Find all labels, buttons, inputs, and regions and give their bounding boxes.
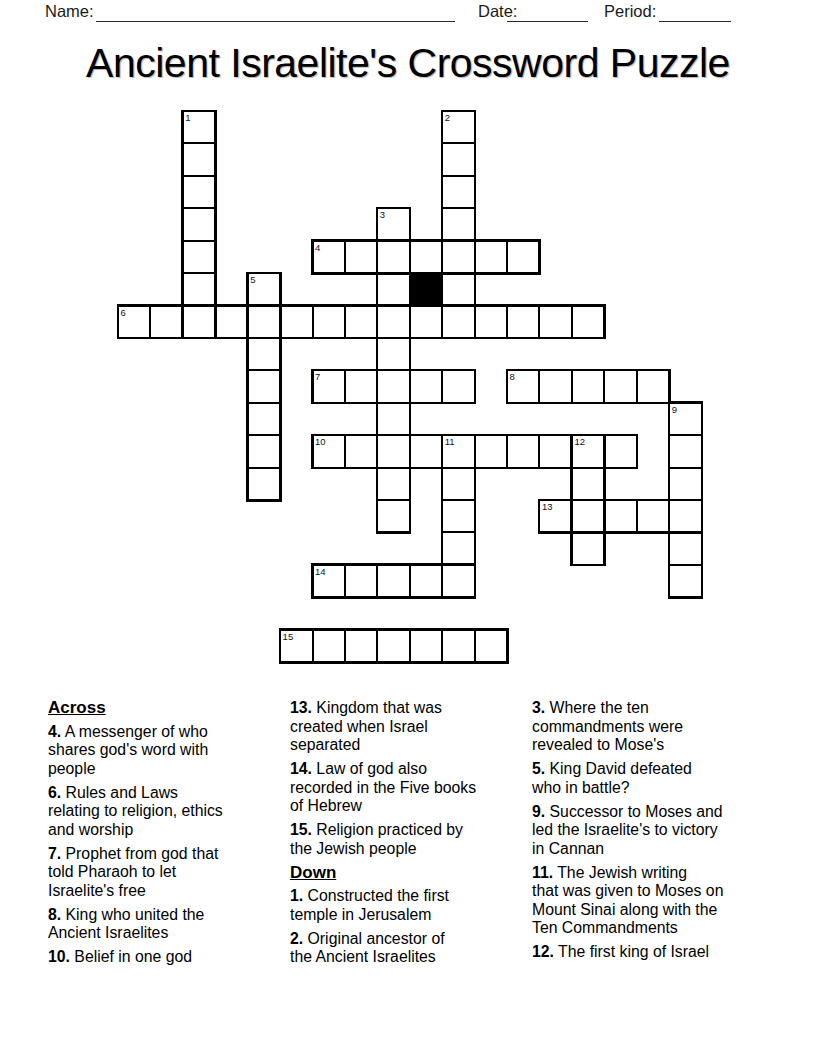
clue-item-8-across: 8. King who united the Ancient Israelite… xyxy=(48,906,285,943)
clue-item-1-down: 1. Constructed the first temple in Jerus… xyxy=(290,887,527,924)
grid-cell xyxy=(377,630,409,662)
cell-number-3: 3 xyxy=(380,210,385,220)
grid-cell xyxy=(442,306,474,338)
clue-item-12-down: 12. The first king of Israel xyxy=(532,943,769,962)
grid-cell xyxy=(377,435,409,467)
grid-cell xyxy=(572,468,604,500)
clues-column-2: 13. Kingdom that was created when Israel… xyxy=(290,699,527,972)
clue-number: 15. xyxy=(290,821,312,838)
grid-cell xyxy=(669,565,701,597)
grid-cell xyxy=(572,500,604,532)
clue-item-2-down: 2. Original ancestor of the Ancient Isra… xyxy=(290,930,527,967)
clues-heading-across: Across xyxy=(48,699,285,718)
clues-column-1: Across4. A messenger of who shares god's… xyxy=(48,699,285,972)
grid-cell xyxy=(539,435,571,467)
grid-cell xyxy=(442,468,474,500)
grid-cell xyxy=(345,435,377,467)
clues-heading-down: Down xyxy=(290,864,527,883)
grid-cell xyxy=(248,306,280,338)
grid-cell xyxy=(507,306,539,338)
grid-cell xyxy=(410,370,442,402)
clues-column-3: 3. Where the ten commandments were revea… xyxy=(532,699,769,967)
clue-number: 13. xyxy=(290,699,312,716)
cell-number-7: 7 xyxy=(315,372,320,382)
grid-cell xyxy=(248,468,280,500)
clue-number: 3. xyxy=(532,699,545,716)
grid-cell xyxy=(248,435,280,467)
cell-number-2: 2 xyxy=(445,113,450,123)
grid-cell xyxy=(248,370,280,402)
clue-number: 10. xyxy=(48,948,70,965)
grid-cell xyxy=(248,338,280,370)
grid-cell xyxy=(475,241,507,273)
grid-cell xyxy=(572,306,604,338)
grid-cell xyxy=(377,468,409,500)
grid-cell xyxy=(442,370,474,402)
grid-cell xyxy=(572,370,604,402)
clue-number: 5. xyxy=(532,760,545,777)
grid-cell xyxy=(442,532,474,564)
cell-number-8: 8 xyxy=(510,372,515,382)
grid-cell xyxy=(637,500,669,532)
grid-cell xyxy=(377,306,409,338)
grid-cell xyxy=(345,565,377,597)
grid-cell xyxy=(183,306,215,338)
black-cell xyxy=(410,273,442,305)
cell-number-12: 12 xyxy=(574,437,585,447)
cell-number-10: 10 xyxy=(315,437,326,447)
grid-cell xyxy=(183,241,215,273)
grid-cell xyxy=(183,208,215,240)
grid-cell xyxy=(475,630,507,662)
grid-cell xyxy=(410,241,442,273)
clue-number: 12. xyxy=(532,943,554,960)
grid-cell xyxy=(442,630,474,662)
grid-cell xyxy=(313,306,345,338)
clue-item-5-down: 5. King David defeated who in battle? xyxy=(532,760,769,797)
clue-number: 2. xyxy=(290,930,303,947)
grid-cell xyxy=(475,435,507,467)
grid-cell xyxy=(442,500,474,532)
grid-cell xyxy=(377,370,409,402)
grid-cell xyxy=(669,532,701,564)
grid-cell xyxy=(539,370,571,402)
grid-cell xyxy=(572,532,604,564)
grid-cell xyxy=(313,630,345,662)
grid-cell xyxy=(442,143,474,175)
grid-cell xyxy=(377,565,409,597)
grid-cell xyxy=(377,500,409,532)
grid-cell xyxy=(183,273,215,305)
grid-cell xyxy=(183,176,215,208)
page-title: Ancient Israelite's Crossword Puzzle xyxy=(0,40,816,87)
clue-item-3-down: 3. Where the ten commandments were revea… xyxy=(532,699,769,755)
clue-item-11-down: 11. The Jewish writing that was given to… xyxy=(532,864,769,938)
grid-cell xyxy=(669,468,701,500)
grid-cell xyxy=(377,273,409,305)
cell-number-4: 4 xyxy=(315,243,320,253)
grid-cell xyxy=(280,306,312,338)
clue-item-6-across: 6. Rules and Laws relating to religion, … xyxy=(48,784,285,840)
grid-cell xyxy=(345,370,377,402)
clue-number: 6. xyxy=(48,784,61,801)
clue-number: 1. xyxy=(290,887,303,904)
period-blank-line xyxy=(659,4,731,22)
clue-number: 8. xyxy=(48,906,61,923)
grid-cell xyxy=(475,306,507,338)
grid-cell xyxy=(410,565,442,597)
clue-item-15-across: 15. Religion practiced by the Jewish peo… xyxy=(290,821,527,858)
grid-cell xyxy=(410,630,442,662)
grid-cell xyxy=(442,176,474,208)
name-blank-line xyxy=(96,4,455,22)
cell-number-14: 14 xyxy=(315,567,326,577)
grid-cell xyxy=(669,435,701,467)
date-blank-line xyxy=(507,4,588,22)
clue-number: 11. xyxy=(532,864,553,881)
grid-cell xyxy=(150,306,182,338)
grid-cell xyxy=(410,435,442,467)
grid-cell xyxy=(507,435,539,467)
crossword-grid: 123456789101112131415 xyxy=(118,111,702,663)
name-label: Name: xyxy=(45,2,94,21)
cell-number-5: 5 xyxy=(250,275,255,285)
grid-cell xyxy=(183,143,215,175)
grid-cell xyxy=(507,241,539,273)
cell-number-13: 13 xyxy=(542,502,553,512)
grid-cell xyxy=(442,273,474,305)
period-label: Period: xyxy=(604,2,656,21)
cell-number-15: 15 xyxy=(283,632,294,642)
clue-item-13-across: 13. Kingdom that was created when Israel… xyxy=(290,699,527,755)
grid-cell xyxy=(345,306,377,338)
clue-number: 4. xyxy=(48,723,61,740)
grid-cell xyxy=(669,500,701,532)
cell-number-6: 6 xyxy=(121,308,126,318)
clue-number: 9. xyxy=(532,803,545,820)
grid-cell xyxy=(410,306,442,338)
grid-cell xyxy=(377,241,409,273)
grid-cell xyxy=(539,306,571,338)
grid-cell xyxy=(248,403,280,435)
clue-number: 7. xyxy=(48,845,61,862)
grid-cell xyxy=(604,435,636,467)
grid-cell xyxy=(604,370,636,402)
grid-cell xyxy=(377,338,409,370)
grid-cell xyxy=(377,403,409,435)
grid-cell xyxy=(637,370,669,402)
clue-item-10-across: 10. Belief in one god xyxy=(48,948,285,967)
clue-item-9-down: 9. Successor to Moses and led the Israel… xyxy=(532,803,769,859)
grid-cell xyxy=(442,208,474,240)
cell-number-1: 1 xyxy=(185,113,190,123)
clue-item-14-across: 14. Law of god also recorded in the Five… xyxy=(290,760,527,816)
clue-item-4-across: 4. A messenger of who shares god's word … xyxy=(48,723,285,779)
grid-cell xyxy=(345,241,377,273)
clue-item-7-across: 7. Prophet from god that told Pharaoh to… xyxy=(48,845,285,901)
grid-cell xyxy=(345,630,377,662)
grid-cell xyxy=(442,241,474,273)
grid-cell xyxy=(442,565,474,597)
clue-number: 14. xyxy=(290,760,312,777)
cell-number-11: 11 xyxy=(445,437,455,447)
grid-cell xyxy=(215,306,247,338)
cell-number-9: 9 xyxy=(672,405,677,415)
grid-cell xyxy=(604,500,636,532)
